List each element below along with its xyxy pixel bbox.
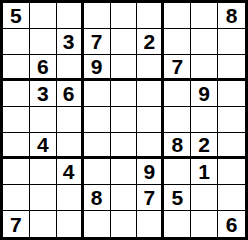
cell-r2c2[interactable] <box>30 29 57 55</box>
cell-r9c9: 6 <box>218 211 245 237</box>
sudoku-board: 5837269736948249187576 <box>0 0 248 240</box>
cell-r6c3[interactable] <box>57 133 84 159</box>
cell-r1c4[interactable] <box>84 3 111 29</box>
cell-r6c4[interactable] <box>84 133 111 159</box>
cell-r2c6: 2 <box>137 29 164 55</box>
cell-r5c3[interactable] <box>57 107 84 133</box>
cell-r9c3[interactable] <box>57 211 84 237</box>
cell-r6c1[interactable] <box>3 133 30 159</box>
cell-r8c4: 8 <box>84 185 111 211</box>
cell-r2c3: 3 <box>57 29 84 55</box>
cell-r6c5[interactable] <box>111 133 138 159</box>
cell-r2c9[interactable] <box>218 29 245 55</box>
cell-r4c4[interactable] <box>84 81 111 107</box>
cell-r4c6[interactable] <box>137 81 164 107</box>
cell-r8c3[interactable] <box>57 185 84 211</box>
cell-r9c1: 7 <box>3 211 30 237</box>
cell-r3c5[interactable] <box>111 55 138 81</box>
cell-r7c4[interactable] <box>84 159 111 185</box>
cell-r7c8: 1 <box>191 159 218 185</box>
cell-r7c5[interactable] <box>111 159 138 185</box>
cell-r5c4[interactable] <box>84 107 111 133</box>
cell-r6c7: 8 <box>164 133 191 159</box>
cell-r9c4[interactable] <box>84 211 111 237</box>
cell-r2c4: 7 <box>84 29 111 55</box>
cell-r7c6: 9 <box>137 159 164 185</box>
cell-r3c4: 9 <box>84 55 111 81</box>
cell-r5c9[interactable] <box>218 107 245 133</box>
cell-r4c7[interactable] <box>164 81 191 107</box>
cell-r3c9[interactable] <box>218 55 245 81</box>
cell-r1c6[interactable] <box>137 3 164 29</box>
cell-r7c7[interactable] <box>164 159 191 185</box>
cell-r2c1[interactable] <box>3 29 30 55</box>
cell-r4c9[interactable] <box>218 81 245 107</box>
cell-r4c8: 9 <box>191 81 218 107</box>
cell-r8c7: 5 <box>164 185 191 211</box>
cell-r4c3: 6 <box>57 81 84 107</box>
cell-r3c2: 6 <box>30 55 57 81</box>
cell-r4c2: 3 <box>30 81 57 107</box>
cell-r7c2[interactable] <box>30 159 57 185</box>
cell-r6c8: 2 <box>191 133 218 159</box>
cell-r9c8[interactable] <box>191 211 218 237</box>
cell-r7c9[interactable] <box>218 159 245 185</box>
cell-r9c5[interactable] <box>111 211 138 237</box>
cell-r6c6[interactable] <box>137 133 164 159</box>
cell-r5c1[interactable] <box>3 107 30 133</box>
cell-r8c9[interactable] <box>218 185 245 211</box>
cell-r8c5[interactable] <box>111 185 138 211</box>
cell-r7c1[interactable] <box>3 159 30 185</box>
cell-r3c6[interactable] <box>137 55 164 81</box>
cell-r1c8[interactable] <box>191 3 218 29</box>
cell-r3c8[interactable] <box>191 55 218 81</box>
cell-r9c6[interactable] <box>137 211 164 237</box>
cell-r1c7[interactable] <box>164 3 191 29</box>
cell-r8c1[interactable] <box>3 185 30 211</box>
cell-r3c1[interactable] <box>3 55 30 81</box>
cell-r4c5[interactable] <box>111 81 138 107</box>
cell-r1c3[interactable] <box>57 3 84 29</box>
cell-r5c5[interactable] <box>111 107 138 133</box>
cell-r8c6: 7 <box>137 185 164 211</box>
cell-r5c6[interactable] <box>137 107 164 133</box>
cell-r3c3[interactable] <box>57 55 84 81</box>
cell-r6c9[interactable] <box>218 133 245 159</box>
cell-r1c5[interactable] <box>111 3 138 29</box>
cell-r4c1[interactable] <box>3 81 30 107</box>
cell-r7c3: 4 <box>57 159 84 185</box>
cell-r1c9: 8 <box>218 3 245 29</box>
cell-r3c7: 7 <box>164 55 191 81</box>
cell-r6c2: 4 <box>30 133 57 159</box>
cell-r2c8[interactable] <box>191 29 218 55</box>
cell-r1c2[interactable] <box>30 3 57 29</box>
cell-r9c7[interactable] <box>164 211 191 237</box>
cell-r2c5[interactable] <box>111 29 138 55</box>
cell-r9c2[interactable] <box>30 211 57 237</box>
cell-r8c8[interactable] <box>191 185 218 211</box>
cell-r2c7[interactable] <box>164 29 191 55</box>
cell-r8c2[interactable] <box>30 185 57 211</box>
cell-r1c1: 5 <box>3 3 30 29</box>
cell-r5c7[interactable] <box>164 107 191 133</box>
cell-r5c8[interactable] <box>191 107 218 133</box>
cell-r5c2[interactable] <box>30 107 57 133</box>
